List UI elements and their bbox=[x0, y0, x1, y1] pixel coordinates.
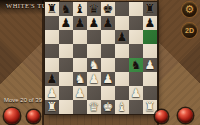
square-g6[interactable] bbox=[129, 30, 143, 44]
square-e3[interactable]: ♟ bbox=[101, 72, 115, 86]
square-g5[interactable] bbox=[129, 44, 143, 58]
square-g7[interactable] bbox=[129, 16, 143, 30]
square-f7[interactable] bbox=[115, 16, 129, 30]
square-h7[interactable]: ♟ bbox=[143, 16, 157, 30]
square-a2[interactable]: ♟ bbox=[45, 86, 59, 100]
square-b4[interactable] bbox=[59, 58, 73, 72]
square-a1[interactable]: ♜ bbox=[45, 100, 59, 114]
black-queen-d8[interactable]: ♛ bbox=[89, 3, 100, 15]
white-pawn-c2[interactable]: ♟ bbox=[75, 87, 86, 99]
square-f4[interactable] bbox=[115, 58, 129, 72]
right-wood-panel bbox=[159, 0, 200, 125]
white-queen-d1[interactable]: ♛ bbox=[89, 101, 100, 113]
square-a5[interactable] bbox=[45, 44, 59, 58]
square-e4[interactable] bbox=[101, 58, 115, 72]
square-b8[interactable]: ♞ bbox=[59, 2, 73, 16]
square-d6[interactable] bbox=[87, 30, 101, 44]
panel-seam-right bbox=[157, 0, 159, 125]
black-pawn-e7[interactable]: ♟ bbox=[103, 17, 114, 29]
black-knight-g4[interactable]: ♞ bbox=[131, 59, 142, 71]
red-ball-button-right-outer[interactable] bbox=[178, 108, 193, 123]
panel-seam-left bbox=[42, 0, 44, 125]
square-c6[interactable] bbox=[73, 30, 87, 44]
square-e6[interactable] bbox=[101, 30, 115, 44]
chess-app-window: WHITE'S TURN ♜♞♝♛♚♜♟♟♟♟♟♟♞♞♟♟♞♟♟♟♟♟♜♛♚♝♜… bbox=[0, 0, 200, 125]
square-a6[interactable] bbox=[45, 30, 59, 44]
white-pawn-e3[interactable]: ♟ bbox=[103, 73, 114, 85]
white-bishop-f1[interactable]: ♝ bbox=[117, 101, 128, 113]
square-g2[interactable]: ♟ bbox=[129, 86, 143, 100]
square-h3[interactable] bbox=[143, 72, 157, 86]
square-g4[interactable]: ♞ bbox=[129, 58, 143, 72]
red-ball-button-left-outer[interactable] bbox=[4, 108, 20, 124]
view-2d-button[interactable]: 2D bbox=[182, 23, 197, 38]
view-2d-label: 2D bbox=[185, 27, 194, 34]
left-wood-panel bbox=[0, 0, 43, 125]
settings-button[interactable]: ⚙ bbox=[182, 2, 197, 17]
square-h1[interactable]: ♜ bbox=[143, 100, 157, 114]
gear-icon: ⚙ bbox=[185, 4, 195, 15]
square-b3[interactable] bbox=[59, 72, 73, 86]
square-d4[interactable]: ♞ bbox=[87, 58, 101, 72]
red-ball-button-left-inner[interactable] bbox=[27, 110, 40, 123]
square-b7[interactable]: ♟ bbox=[59, 16, 73, 30]
square-d1[interactable]: ♛ bbox=[87, 100, 101, 114]
black-bishop-c8[interactable]: ♝ bbox=[75, 3, 86, 15]
square-b5[interactable] bbox=[59, 44, 73, 58]
black-pawn-b7[interactable]: ♟ bbox=[61, 17, 72, 29]
white-king-e1[interactable]: ♚ bbox=[103, 101, 114, 113]
square-e2[interactable] bbox=[101, 86, 115, 100]
square-e1[interactable]: ♚ bbox=[101, 100, 115, 114]
square-h4[interactable]: ♟ bbox=[143, 58, 157, 72]
square-e5[interactable] bbox=[101, 44, 115, 58]
white-rook-h1[interactable]: ♜ bbox=[145, 101, 156, 113]
square-e7[interactable]: ♟ bbox=[101, 16, 115, 30]
black-pawn-a3[interactable]: ♟ bbox=[47, 73, 58, 85]
white-pawn-d3[interactable]: ♟ bbox=[89, 73, 100, 85]
square-h2[interactable] bbox=[143, 86, 157, 100]
red-ball-button-right-inner[interactable] bbox=[155, 110, 168, 123]
square-d8[interactable]: ♛ bbox=[87, 2, 101, 16]
move-counter: Move 20 of 39 bbox=[4, 97, 42, 103]
square-f3[interactable] bbox=[115, 72, 129, 86]
black-pawn-h7[interactable]: ♟ bbox=[145, 17, 156, 29]
square-c3[interactable]: ♞ bbox=[73, 72, 87, 86]
square-c4[interactable] bbox=[73, 58, 87, 72]
white-knight-c3[interactable]: ♞ bbox=[75, 73, 86, 85]
square-a4[interactable] bbox=[45, 58, 59, 72]
square-f5[interactable] bbox=[115, 44, 129, 58]
square-a3[interactable]: ♟ bbox=[45, 72, 59, 86]
black-rook-a8[interactable]: ♜ bbox=[47, 3, 58, 15]
square-a8[interactable]: ♜ bbox=[45, 2, 59, 16]
white-knight-d4[interactable]: ♞ bbox=[89, 59, 100, 71]
square-d7[interactable]: ♟ bbox=[87, 16, 101, 30]
square-f1[interactable]: ♝ bbox=[115, 100, 129, 114]
white-pawn-h4[interactable]: ♟ bbox=[145, 59, 156, 71]
white-pawn-g2[interactable]: ♟ bbox=[131, 87, 142, 99]
square-c7[interactable]: ♟ bbox=[73, 16, 87, 30]
black-king-e8[interactable]: ♚ bbox=[103, 3, 114, 15]
square-c5[interactable] bbox=[73, 44, 87, 58]
black-pawn-d7[interactable]: ♟ bbox=[89, 17, 100, 29]
square-g3[interactable] bbox=[129, 72, 143, 86]
square-d5[interactable] bbox=[87, 44, 101, 58]
square-f2[interactable] bbox=[115, 86, 129, 100]
square-f8[interactable] bbox=[115, 2, 129, 16]
square-c8[interactable]: ♝ bbox=[73, 2, 87, 16]
square-c2[interactable]: ♟ bbox=[73, 86, 87, 100]
square-g8[interactable] bbox=[129, 2, 143, 16]
square-b2[interactable] bbox=[59, 86, 73, 100]
square-h5[interactable] bbox=[143, 44, 157, 58]
square-e8[interactable]: ♚ bbox=[101, 2, 115, 16]
square-h6[interactable] bbox=[143, 30, 157, 44]
square-d2[interactable] bbox=[87, 86, 101, 100]
black-knight-b8[interactable]: ♞ bbox=[61, 3, 72, 15]
square-b1[interactable] bbox=[59, 100, 73, 114]
square-h8[interactable]: ♜ bbox=[143, 2, 157, 16]
square-g1[interactable] bbox=[129, 100, 143, 114]
black-rook-h8[interactable]: ♜ bbox=[145, 3, 156, 15]
square-f6[interactable]: ♟ bbox=[115, 30, 129, 44]
square-b6[interactable] bbox=[59, 30, 73, 44]
chess-board: ♜♞♝♛♚♜♟♟♟♟♟♟♞♞♟♟♞♟♟♟♟♟♜♛♚♝♜ bbox=[45, 2, 157, 114]
white-pawn-a2[interactable]: ♟ bbox=[47, 87, 58, 99]
black-pawn-c7[interactable]: ♟ bbox=[75, 17, 86, 29]
square-c1[interactable] bbox=[73, 100, 87, 114]
black-pawn-f6[interactable]: ♟ bbox=[117, 31, 128, 43]
square-a7[interactable] bbox=[45, 16, 59, 30]
square-d3[interactable]: ♟ bbox=[87, 72, 101, 86]
white-rook-a1[interactable]: ♜ bbox=[47, 101, 58, 113]
